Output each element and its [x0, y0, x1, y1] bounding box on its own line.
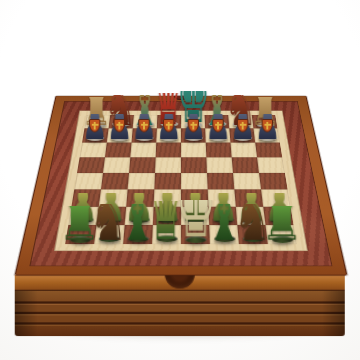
rook-glyph: ♜ [260, 195, 304, 240]
pieces-layer: ♜♞♝♛♚♝♞♜♟♟♟♟♟♟♟♟♟♟♟♟♟♟♟♟♜♞♝♛♚♝♞♜ [65, 115, 297, 244]
piece-near-rook-a1[interactable]: ♜ [65, 225, 96, 244]
front-shading [15, 291, 345, 336]
product-photo-chess-set: ♜♞♝♛♚♝♞♜♟♟♟♟♟♟♟♟♟♟♟♟♟♟♟♟♜♞♝♛♚♝♞♜ [0, 0, 360, 360]
rook-glyph: ♜ [58, 195, 102, 240]
board-lid: ♜♞♝♛♚♝♞♜♟♟♟♟♟♟♟♟♟♟♟♟♟♟♟♟♜♞♝♛♚♝♞♜ [15, 96, 348, 276]
box-front [15, 275, 345, 337]
piece-near-rook-h1[interactable]: ♜ [265, 225, 296, 244]
drawer-front[interactable] [15, 291, 345, 336]
stage: ♜♞♝♛♚♝♞♜♟♟♟♟♟♟♟♟♟♟♟♟♟♟♟♟♜♞♝♛♚♝♞♜ [0, 0, 360, 360]
piece-near-king-e1[interactable]: ♚ [181, 225, 210, 244]
piece-far-pawn-h7[interactable]: ♟ [253, 128, 279, 142]
king-glyph: ♚ [176, 173, 216, 240]
